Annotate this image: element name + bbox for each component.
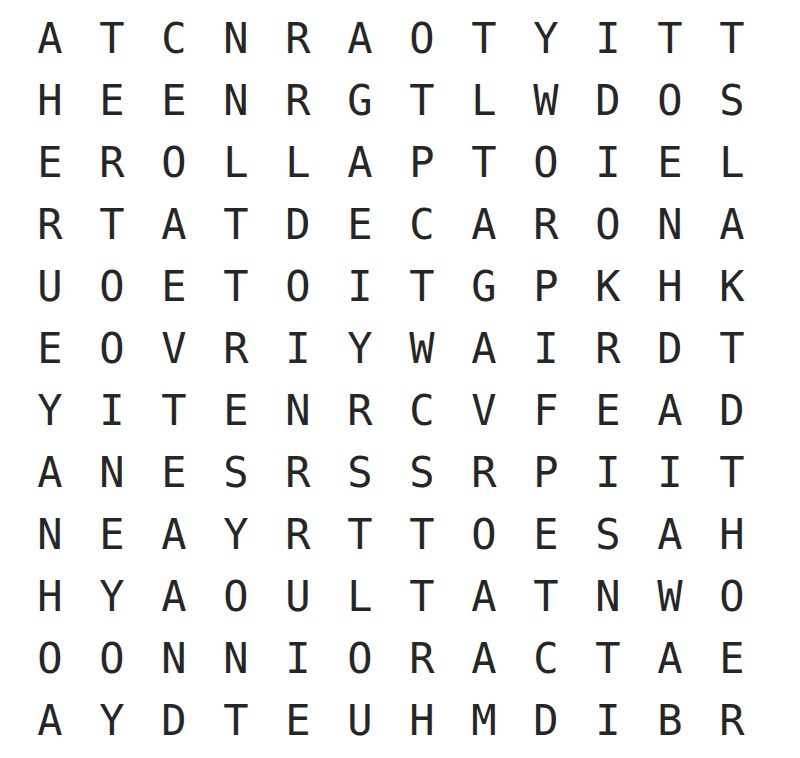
grid-cell-r11c12[interactable]: E <box>701 628 763 690</box>
grid-cell-r9c8[interactable]: O <box>453 504 515 566</box>
grid-cell-r3c3[interactable]: O <box>143 132 205 194</box>
grid-cell-r1c9[interactable]: Y <box>515 8 577 70</box>
grid-cell-r7c12[interactable]: D <box>701 380 763 442</box>
grid-cell-r4c5[interactable]: D <box>267 194 329 256</box>
grid-cell-r9c4[interactable]: Y <box>205 504 267 566</box>
grid-cell-r1c6[interactable]: A <box>329 8 391 70</box>
grid-cell-r4c3[interactable]: A <box>143 194 205 256</box>
grid-cell-r11c4[interactable]: N <box>205 628 267 690</box>
grid-cell-r2c3[interactable]: E <box>143 70 205 132</box>
grid-cell-r12c3[interactable]: D <box>143 690 205 752</box>
grid-cell-r8c10[interactable]: I <box>577 442 639 504</box>
grid-cell-r5c2[interactable]: O <box>81 256 143 318</box>
grid-cell-r8c3[interactable]: E <box>143 442 205 504</box>
grid-cell-r6c10[interactable]: R <box>577 318 639 380</box>
grid-cell-r3c4[interactable]: L <box>205 132 267 194</box>
grid-cell-r6c4[interactable]: R <box>205 318 267 380</box>
grid-cell-r6c12[interactable]: T <box>701 318 763 380</box>
grid-cell-r6c11[interactable]: D <box>639 318 701 380</box>
grid-cell-r1c10[interactable]: I <box>577 8 639 70</box>
grid-cell-r4c7[interactable]: C <box>391 194 453 256</box>
grid-cell-r10c1[interactable]: H <box>19 566 81 628</box>
grid-cell-r2c4[interactable]: N <box>205 70 267 132</box>
grid-cell-r5c12[interactable]: K <box>701 256 763 318</box>
grid-cell-r6c7[interactable]: W <box>391 318 453 380</box>
grid-cell-r4c1[interactable]: R <box>19 194 81 256</box>
grid-cell-r5c8[interactable]: G <box>453 256 515 318</box>
grid-cell-r11c6[interactable]: O <box>329 628 391 690</box>
grid-cell-r11c7[interactable]: R <box>391 628 453 690</box>
grid-cell-r12c1[interactable]: A <box>19 690 81 752</box>
grid-cell-r2c6[interactable]: G <box>329 70 391 132</box>
grid-cell-r11c2[interactable]: O <box>81 628 143 690</box>
grid-cell-r11c3[interactable]: N <box>143 628 205 690</box>
grid-cell-r5c3[interactable]: E <box>143 256 205 318</box>
grid-cell-r5c5[interactable]: O <box>267 256 329 318</box>
grid-cell-r5c10[interactable]: K <box>577 256 639 318</box>
grid-cell-r11c11[interactable]: A <box>639 628 701 690</box>
grid-cell-r8c9[interactable]: P <box>515 442 577 504</box>
grid-cell-r9c6[interactable]: T <box>329 504 391 566</box>
grid-cell-r4c9[interactable]: R <box>515 194 577 256</box>
grid-cell-r3c7[interactable]: P <box>391 132 453 194</box>
grid-cell-r7c7[interactable]: C <box>391 380 453 442</box>
grid-cell-r6c6[interactable]: Y <box>329 318 391 380</box>
grid-cell-r10c2[interactable]: Y <box>81 566 143 628</box>
grid-cell-r7c8[interactable]: V <box>453 380 515 442</box>
grid-cell-r9c3[interactable]: A <box>143 504 205 566</box>
grid-cell-r11c10[interactable]: T <box>577 628 639 690</box>
grid-cell-r3c1[interactable]: E <box>19 132 81 194</box>
grid-cell-r6c3[interactable]: V <box>143 318 205 380</box>
grid-cell-r5c4[interactable]: T <box>205 256 267 318</box>
grid-cell-r1c8[interactable]: T <box>453 8 515 70</box>
grid-cell-r10c3[interactable]: A <box>143 566 205 628</box>
grid-cell-r1c7[interactable]: O <box>391 8 453 70</box>
grid-cell-r8c6[interactable]: S <box>329 442 391 504</box>
grid-cell-r8c7[interactable]: S <box>391 442 453 504</box>
grid-cell-r8c8[interactable]: R <box>453 442 515 504</box>
grid-cell-r3c2[interactable]: R <box>81 132 143 194</box>
grid-cell-r3c12[interactable]: L <box>701 132 763 194</box>
grid-cell-r4c4[interactable]: T <box>205 194 267 256</box>
grid-cell-r1c1[interactable]: A <box>19 8 81 70</box>
word-search-board: ATCNRAOTYITTHEENRGTLWDOSEROLLAPTOIELRTAT… <box>19 8 763 752</box>
grid-cell-r10c10[interactable]: N <box>577 566 639 628</box>
grid-cell-r6c9[interactable]: I <box>515 318 577 380</box>
grid-cell-r4c12[interactable]: A <box>701 194 763 256</box>
grid-cell-r10c8[interactable]: A <box>453 566 515 628</box>
grid-cell-r5c6[interactable]: I <box>329 256 391 318</box>
grid-cell-r1c5[interactable]: R <box>267 8 329 70</box>
grid-cell-r12c12[interactable]: R <box>701 690 763 752</box>
grid-cell-r4c11[interactable]: N <box>639 194 701 256</box>
grid-cell-r4c8[interactable]: A <box>453 194 515 256</box>
grid-cell-r7c6[interactable]: R <box>329 380 391 442</box>
grid-cell-r12c6[interactable]: U <box>329 690 391 752</box>
grid-cell-r4c2[interactable]: T <box>81 194 143 256</box>
grid-cell-r10c11[interactable]: W <box>639 566 701 628</box>
grid-cell-r2c11[interactable]: O <box>639 70 701 132</box>
grid-cell-r11c5[interactable]: I <box>267 628 329 690</box>
grid-cell-r8c12[interactable]: T <box>701 442 763 504</box>
grid-cell-r2c1[interactable]: H <box>19 70 81 132</box>
grid-cell-r10c9[interactable]: T <box>515 566 577 628</box>
grid-cell-r1c12[interactable]: T <box>701 8 763 70</box>
grid-cell-r10c12[interactable]: O <box>701 566 763 628</box>
grid-cell-r2c5[interactable]: R <box>267 70 329 132</box>
grid-cell-r10c4[interactable]: O <box>205 566 267 628</box>
grid-cell-r7c11[interactable]: A <box>639 380 701 442</box>
grid-cell-r12c9[interactable]: D <box>515 690 577 752</box>
grid-cell-r12c10[interactable]: I <box>577 690 639 752</box>
grid-cell-r11c8[interactable]: A <box>453 628 515 690</box>
grid-cell-r9c2[interactable]: E <box>81 504 143 566</box>
grid-cell-r9c11[interactable]: A <box>639 504 701 566</box>
grid-cell-r9c7[interactable]: T <box>391 504 453 566</box>
grid-cell-r3c9[interactable]: O <box>515 132 577 194</box>
grid-cell-r10c6[interactable]: L <box>329 566 391 628</box>
grid-cell-r7c1[interactable]: Y <box>19 380 81 442</box>
grid-cell-r2c2[interactable]: E <box>81 70 143 132</box>
grid-cell-r6c2[interactable]: O <box>81 318 143 380</box>
grid-cell-r11c9[interactable]: C <box>515 628 577 690</box>
grid-cell-r5c7[interactable]: T <box>391 256 453 318</box>
grid-cell-r12c4[interactable]: T <box>205 690 267 752</box>
grid-cell-r9c12[interactable]: H <box>701 504 763 566</box>
grid-cell-r12c5[interactable]: E <box>267 690 329 752</box>
grid-cell-r9c10[interactable]: S <box>577 504 639 566</box>
grid-cell-r3c6[interactable]: A <box>329 132 391 194</box>
grid-cell-r12c7[interactable]: H <box>391 690 453 752</box>
grid-cell-r6c8[interactable]: A <box>453 318 515 380</box>
grid-cell-r8c5[interactable]: R <box>267 442 329 504</box>
grid-cell-r2c7[interactable]: T <box>391 70 453 132</box>
grid-cell-r11c1[interactable]: O <box>19 628 81 690</box>
grid-cell-r4c6[interactable]: E <box>329 194 391 256</box>
grid-cell-r12c11[interactable]: B <box>639 690 701 752</box>
grid-cell-r8c11[interactable]: I <box>639 442 701 504</box>
grid-cell-r2c9[interactable]: W <box>515 70 577 132</box>
grid-cell-r9c1[interactable]: N <box>19 504 81 566</box>
grid-cell-r5c9[interactable]: P <box>515 256 577 318</box>
grid-cell-r5c11[interactable]: H <box>639 256 701 318</box>
grid-cell-r7c4[interactable]: E <box>205 380 267 442</box>
grid-cell-r4c10[interactable]: O <box>577 194 639 256</box>
grid-cell-r6c5[interactable]: I <box>267 318 329 380</box>
grid-cell-r7c3[interactable]: T <box>143 380 205 442</box>
grid-cell-r12c2[interactable]: Y <box>81 690 143 752</box>
grid-cell-r12c8[interactable]: M <box>453 690 515 752</box>
grid-cell-r3c5[interactable]: L <box>267 132 329 194</box>
grid-cell-r10c5[interactable]: U <box>267 566 329 628</box>
grid-cell-r1c3[interactable]: C <box>143 8 205 70</box>
grid-cell-r8c1[interactable]: A <box>19 442 81 504</box>
grid-cell-r7c10[interactable]: E <box>577 380 639 442</box>
grid-cell-r5c1[interactable]: U <box>19 256 81 318</box>
grid-cell-r8c4[interactable]: S <box>205 442 267 504</box>
grid-cell-r6c1[interactable]: E <box>19 318 81 380</box>
grid-cell-r3c11[interactable]: E <box>639 132 701 194</box>
grid-cell-r7c9[interactable]: F <box>515 380 577 442</box>
grid-cell-r1c2[interactable]: T <box>81 8 143 70</box>
grid-cell-r10c7[interactable]: T <box>391 566 453 628</box>
grid-cell-r2c10[interactable]: D <box>577 70 639 132</box>
grid-cell-r2c12[interactable]: S <box>701 70 763 132</box>
grid-cell-r9c5[interactable]: R <box>267 504 329 566</box>
grid-cell-r3c8[interactable]: T <box>453 132 515 194</box>
grid-cell-r7c5[interactable]: N <box>267 380 329 442</box>
grid-cell-r7c2[interactable]: I <box>81 380 143 442</box>
grid-cell-r2c8[interactable]: L <box>453 70 515 132</box>
grid-cell-r1c4[interactable]: N <box>205 8 267 70</box>
grid-cell-r3c10[interactable]: I <box>577 132 639 194</box>
grid-cell-r9c9[interactable]: E <box>515 504 577 566</box>
grid-cell-r8c2[interactable]: N <box>81 442 143 504</box>
grid-cell-r1c11[interactable]: T <box>639 8 701 70</box>
